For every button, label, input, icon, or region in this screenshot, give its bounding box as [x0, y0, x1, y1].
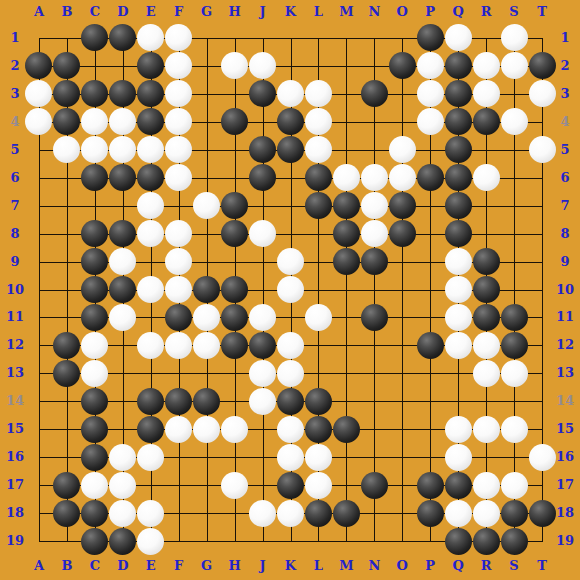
- board-point-C11[interactable]: [81, 303, 109, 331]
- board-point-F13[interactable]: [165, 359, 193, 387]
- board-point-T4[interactable]: [528, 108, 556, 136]
- board-point-K16[interactable]: [277, 443, 305, 471]
- board-point-C13[interactable]: [81, 359, 109, 387]
- board-point-J4[interactable]: [249, 108, 277, 136]
- board-point-N9[interactable]: [360, 248, 388, 276]
- board-point-N12[interactable]: [360, 331, 388, 359]
- board-point-N1[interactable]: [360, 24, 388, 52]
- board-point-A11[interactable]: [25, 303, 53, 331]
- board-point-G11[interactable]: [193, 303, 221, 331]
- board-point-M4[interactable]: [332, 108, 360, 136]
- board-point-R13[interactable]: [472, 359, 500, 387]
- board-point-P5[interactable]: [416, 136, 444, 164]
- board-point-D14[interactable]: [109, 387, 137, 415]
- board-point-L14[interactable]: [304, 387, 332, 415]
- board-point-Q8[interactable]: [444, 220, 472, 248]
- board-point-M6[interactable]: [332, 164, 360, 192]
- board-point-K18[interactable]: [277, 499, 305, 527]
- board-point-O13[interactable]: [388, 359, 416, 387]
- board-point-B14[interactable]: [53, 387, 81, 415]
- board-point-O8[interactable]: [388, 220, 416, 248]
- board-point-M5[interactable]: [332, 136, 360, 164]
- board-point-D9[interactable]: [109, 248, 137, 276]
- board-point-F18[interactable]: [165, 499, 193, 527]
- board-point-E6[interactable]: [137, 164, 165, 192]
- board-point-M11[interactable]: [332, 303, 360, 331]
- board-point-D1[interactable]: [109, 24, 137, 52]
- board-point-L18[interactable]: [304, 499, 332, 527]
- board-point-O3[interactable]: [388, 80, 416, 108]
- board-point-G1[interactable]: [193, 24, 221, 52]
- board-point-C10[interactable]: [81, 276, 109, 304]
- board-point-H11[interactable]: [221, 303, 249, 331]
- board-point-P6[interactable]: [416, 164, 444, 192]
- board-point-E12[interactable]: [137, 331, 165, 359]
- board-point-Q2[interactable]: [444, 52, 472, 80]
- board-point-J13[interactable]: [249, 359, 277, 387]
- board-point-J5[interactable]: [249, 136, 277, 164]
- board-point-G15[interactable]: [193, 415, 221, 443]
- board-point-R2[interactable]: [472, 52, 500, 80]
- board-point-F9[interactable]: [165, 248, 193, 276]
- board-point-R9[interactable]: [472, 248, 500, 276]
- board-point-L17[interactable]: [304, 471, 332, 499]
- board-point-C9[interactable]: [81, 248, 109, 276]
- board-point-Q9[interactable]: [444, 248, 472, 276]
- board-point-A16[interactable]: [25, 443, 53, 471]
- board-point-O10[interactable]: [388, 276, 416, 304]
- board-point-O12[interactable]: [388, 331, 416, 359]
- board-point-H13[interactable]: [221, 359, 249, 387]
- board-point-R15[interactable]: [472, 415, 500, 443]
- board-point-E11[interactable]: [137, 303, 165, 331]
- board-point-S18[interactable]: [500, 499, 528, 527]
- board-point-M1[interactable]: [332, 24, 360, 52]
- board-point-Q4[interactable]: [444, 108, 472, 136]
- board-point-M16[interactable]: [332, 443, 360, 471]
- board-point-K7[interactable]: [277, 192, 305, 220]
- board-point-F16[interactable]: [165, 443, 193, 471]
- board-point-L10[interactable]: [304, 276, 332, 304]
- board-point-P12[interactable]: [416, 331, 444, 359]
- board-point-P10[interactable]: [416, 276, 444, 304]
- board-point-S5[interactable]: [500, 136, 528, 164]
- board-point-B7[interactable]: [53, 192, 81, 220]
- board-point-S11[interactable]: [500, 303, 528, 331]
- board-point-R16[interactable]: [472, 443, 500, 471]
- board-point-O4[interactable]: [388, 108, 416, 136]
- board-point-J18[interactable]: [249, 499, 277, 527]
- board-point-M13[interactable]: [332, 359, 360, 387]
- board-point-C16[interactable]: [81, 443, 109, 471]
- board-point-E2[interactable]: [137, 52, 165, 80]
- board-point-A5[interactable]: [25, 136, 53, 164]
- board-point-N18[interactable]: [360, 499, 388, 527]
- board-point-O7[interactable]: [388, 192, 416, 220]
- board-point-R1[interactable]: [472, 24, 500, 52]
- board-point-K9[interactable]: [277, 248, 305, 276]
- board-point-T8[interactable]: [528, 220, 556, 248]
- board-point-O16[interactable]: [388, 443, 416, 471]
- board-point-B4[interactable]: [53, 108, 81, 136]
- board-point-T10[interactable]: [528, 276, 556, 304]
- board-point-S1[interactable]: [500, 24, 528, 52]
- board-point-O17[interactable]: [388, 471, 416, 499]
- board-point-P13[interactable]: [416, 359, 444, 387]
- board-point-N3[interactable]: [360, 80, 388, 108]
- board-point-G6[interactable]: [193, 164, 221, 192]
- board-point-A14[interactable]: [25, 387, 53, 415]
- board-point-R8[interactable]: [472, 220, 500, 248]
- board-point-Q11[interactable]: [444, 303, 472, 331]
- board-point-S10[interactable]: [500, 276, 528, 304]
- board-point-N11[interactable]: [360, 303, 388, 331]
- board-point-L16[interactable]: [304, 443, 332, 471]
- board-point-B9[interactable]: [53, 248, 81, 276]
- board-point-P14[interactable]: [416, 387, 444, 415]
- board-point-G9[interactable]: [193, 248, 221, 276]
- board-point-M19[interactable]: [332, 527, 360, 555]
- board-point-D5[interactable]: [109, 136, 137, 164]
- board-point-E5[interactable]: [137, 136, 165, 164]
- board-point-D11[interactable]: [109, 303, 137, 331]
- board-point-K5[interactable]: [277, 136, 305, 164]
- board-point-L15[interactable]: [304, 415, 332, 443]
- board-point-C19[interactable]: [81, 527, 109, 555]
- board-point-Q16[interactable]: [444, 443, 472, 471]
- board-point-N2[interactable]: [360, 52, 388, 80]
- board-point-Q15[interactable]: [444, 415, 472, 443]
- board-point-P2[interactable]: [416, 52, 444, 80]
- board-point-P3[interactable]: [416, 80, 444, 108]
- board-point-H16[interactable]: [221, 443, 249, 471]
- board-point-L5[interactable]: [304, 136, 332, 164]
- board-point-R14[interactable]: [472, 387, 500, 415]
- board-point-R4[interactable]: [472, 108, 500, 136]
- board-point-B1[interactable]: [53, 24, 81, 52]
- board-point-C5[interactable]: [81, 136, 109, 164]
- board-point-T5[interactable]: [528, 136, 556, 164]
- board-point-D8[interactable]: [109, 220, 137, 248]
- board-point-L12[interactable]: [304, 331, 332, 359]
- board-point-G3[interactable]: [193, 80, 221, 108]
- board-point-C17[interactable]: [81, 471, 109, 499]
- board-point-H8[interactable]: [221, 220, 249, 248]
- board-point-B10[interactable]: [53, 276, 81, 304]
- board-point-C4[interactable]: [81, 108, 109, 136]
- board-point-H7[interactable]: [221, 192, 249, 220]
- board-point-D3[interactable]: [109, 80, 137, 108]
- board-point-E9[interactable]: [137, 248, 165, 276]
- board-point-M10[interactable]: [332, 276, 360, 304]
- board-point-J19[interactable]: [249, 527, 277, 555]
- board-point-F15[interactable]: [165, 415, 193, 443]
- board-point-F17[interactable]: [165, 471, 193, 499]
- board-point-A8[interactable]: [25, 220, 53, 248]
- board-point-J2[interactable]: [249, 52, 277, 80]
- board-point-N13[interactable]: [360, 359, 388, 387]
- board-point-A3[interactable]: [25, 80, 53, 108]
- board-point-D4[interactable]: [109, 108, 137, 136]
- board-point-H18[interactable]: [221, 499, 249, 527]
- board-point-B8[interactable]: [53, 220, 81, 248]
- board-point-E8[interactable]: [137, 220, 165, 248]
- board-point-E7[interactable]: [137, 192, 165, 220]
- board-point-E13[interactable]: [137, 359, 165, 387]
- board-point-F3[interactable]: [165, 80, 193, 108]
- board-point-S4[interactable]: [500, 108, 528, 136]
- board-point-N10[interactable]: [360, 276, 388, 304]
- board-point-M3[interactable]: [332, 80, 360, 108]
- board-point-Q17[interactable]: [444, 471, 472, 499]
- board-point-B19[interactable]: [53, 527, 81, 555]
- board-point-O5[interactable]: [388, 136, 416, 164]
- board-point-N6[interactable]: [360, 164, 388, 192]
- board-point-F12[interactable]: [165, 331, 193, 359]
- board-point-F6[interactable]: [165, 164, 193, 192]
- board-point-O15[interactable]: [388, 415, 416, 443]
- board-point-O6[interactable]: [388, 164, 416, 192]
- board-point-G10[interactable]: [193, 276, 221, 304]
- board-point-L4[interactable]: [304, 108, 332, 136]
- board-point-R5[interactable]: [472, 136, 500, 164]
- board-point-A15[interactable]: [25, 415, 53, 443]
- board-point-C8[interactable]: [81, 220, 109, 248]
- board-point-P15[interactable]: [416, 415, 444, 443]
- board-point-L9[interactable]: [304, 248, 332, 276]
- board-point-Q14[interactable]: [444, 387, 472, 415]
- board-point-S2[interactable]: [500, 52, 528, 80]
- board-point-G2[interactable]: [193, 52, 221, 80]
- board-point-Q3[interactable]: [444, 80, 472, 108]
- board-point-G7[interactable]: [193, 192, 221, 220]
- board-point-E10[interactable]: [137, 276, 165, 304]
- board-point-F10[interactable]: [165, 276, 193, 304]
- board-point-P11[interactable]: [416, 303, 444, 331]
- board-point-F8[interactable]: [165, 220, 193, 248]
- board-point-P19[interactable]: [416, 527, 444, 555]
- board-point-O2[interactable]: [388, 52, 416, 80]
- board-point-O11[interactable]: [388, 303, 416, 331]
- board-point-G18[interactable]: [193, 499, 221, 527]
- board-point-K15[interactable]: [277, 415, 305, 443]
- board-point-E3[interactable]: [137, 80, 165, 108]
- board-point-Q5[interactable]: [444, 136, 472, 164]
- board-point-S3[interactable]: [500, 80, 528, 108]
- board-point-F2[interactable]: [165, 52, 193, 80]
- board-point-N8[interactable]: [360, 220, 388, 248]
- board-point-H3[interactable]: [221, 80, 249, 108]
- board-point-M14[interactable]: [332, 387, 360, 415]
- board-point-T3[interactable]: [528, 80, 556, 108]
- board-point-E14[interactable]: [137, 387, 165, 415]
- board-point-R7[interactable]: [472, 192, 500, 220]
- board-point-B5[interactable]: [53, 136, 81, 164]
- board-point-K2[interactable]: [277, 52, 305, 80]
- board-point-H4[interactable]: [221, 108, 249, 136]
- board-point-H9[interactable]: [221, 248, 249, 276]
- board-point-K11[interactable]: [277, 303, 305, 331]
- board-point-A2[interactable]: [25, 52, 53, 80]
- board-point-M8[interactable]: [332, 220, 360, 248]
- board-point-R19[interactable]: [472, 527, 500, 555]
- board-point-D2[interactable]: [109, 52, 137, 80]
- board-point-A1[interactable]: [25, 24, 53, 52]
- board-point-E4[interactable]: [137, 108, 165, 136]
- board-point-G19[interactable]: [193, 527, 221, 555]
- board-point-R18[interactable]: [472, 499, 500, 527]
- board-point-L19[interactable]: [304, 527, 332, 555]
- board-point-P17[interactable]: [416, 471, 444, 499]
- board-point-R17[interactable]: [472, 471, 500, 499]
- board-point-D15[interactable]: [109, 415, 137, 443]
- board-point-T9[interactable]: [528, 248, 556, 276]
- board-point-K12[interactable]: [277, 331, 305, 359]
- board-point-M12[interactable]: [332, 331, 360, 359]
- board-point-G5[interactable]: [193, 136, 221, 164]
- board-point-Q10[interactable]: [444, 276, 472, 304]
- board-point-A9[interactable]: [25, 248, 53, 276]
- board-point-Q12[interactable]: [444, 331, 472, 359]
- board-point-T14[interactable]: [528, 387, 556, 415]
- board-point-P4[interactable]: [416, 108, 444, 136]
- board-point-C3[interactable]: [81, 80, 109, 108]
- board-point-B6[interactable]: [53, 164, 81, 192]
- board-point-B3[interactable]: [53, 80, 81, 108]
- board-point-S15[interactable]: [500, 415, 528, 443]
- board-point-B2[interactable]: [53, 52, 81, 80]
- board-point-A6[interactable]: [25, 164, 53, 192]
- board-point-L8[interactable]: [304, 220, 332, 248]
- board-point-H10[interactable]: [221, 276, 249, 304]
- board-point-A4[interactable]: [25, 108, 53, 136]
- board-point-A19[interactable]: [25, 527, 53, 555]
- board-point-K17[interactable]: [277, 471, 305, 499]
- board-point-C7[interactable]: [81, 192, 109, 220]
- board-point-P1[interactable]: [416, 24, 444, 52]
- board-point-D17[interactable]: [109, 471, 137, 499]
- board-point-C1[interactable]: [81, 24, 109, 52]
- board-point-G17[interactable]: [193, 471, 221, 499]
- board-point-L3[interactable]: [304, 80, 332, 108]
- board-point-O9[interactable]: [388, 248, 416, 276]
- board-point-T1[interactable]: [528, 24, 556, 52]
- board-point-S14[interactable]: [500, 387, 528, 415]
- board-point-J7[interactable]: [249, 192, 277, 220]
- board-point-K6[interactable]: [277, 164, 305, 192]
- board-point-B17[interactable]: [53, 471, 81, 499]
- board-point-K8[interactable]: [277, 220, 305, 248]
- board-point-J17[interactable]: [249, 471, 277, 499]
- board-point-G12[interactable]: [193, 331, 221, 359]
- board-point-R3[interactable]: [472, 80, 500, 108]
- board-point-D10[interactable]: [109, 276, 137, 304]
- board-point-H1[interactable]: [221, 24, 249, 52]
- board-point-A17[interactable]: [25, 471, 53, 499]
- board-point-J8[interactable]: [249, 220, 277, 248]
- board-point-P18[interactable]: [416, 499, 444, 527]
- board-point-F1[interactable]: [165, 24, 193, 52]
- board-point-Q13[interactable]: [444, 359, 472, 387]
- board-point-T16[interactable]: [528, 443, 556, 471]
- board-point-J10[interactable]: [249, 276, 277, 304]
- board-point-P16[interactable]: [416, 443, 444, 471]
- board-point-T6[interactable]: [528, 164, 556, 192]
- board-point-H17[interactable]: [221, 471, 249, 499]
- board-point-R11[interactable]: [472, 303, 500, 331]
- board-point-Q7[interactable]: [444, 192, 472, 220]
- board-point-S13[interactable]: [500, 359, 528, 387]
- board-point-N16[interactable]: [360, 443, 388, 471]
- board-point-J6[interactable]: [249, 164, 277, 192]
- board-point-C18[interactable]: [81, 499, 109, 527]
- board-point-K14[interactable]: [277, 387, 305, 415]
- board-point-T13[interactable]: [528, 359, 556, 387]
- board-point-C6[interactable]: [81, 164, 109, 192]
- board-point-H6[interactable]: [221, 164, 249, 192]
- board-point-P7[interactable]: [416, 192, 444, 220]
- board-point-N5[interactable]: [360, 136, 388, 164]
- board-point-D19[interactable]: [109, 527, 137, 555]
- board-point-A13[interactable]: [25, 359, 53, 387]
- board-point-M18[interactable]: [332, 499, 360, 527]
- board-point-N7[interactable]: [360, 192, 388, 220]
- board-point-E19[interactable]: [137, 527, 165, 555]
- board-point-G4[interactable]: [193, 108, 221, 136]
- board-point-A18[interactable]: [25, 499, 53, 527]
- board-point-J15[interactable]: [249, 415, 277, 443]
- board-point-B16[interactable]: [53, 443, 81, 471]
- board-point-F5[interactable]: [165, 136, 193, 164]
- board-point-K19[interactable]: [277, 527, 305, 555]
- board-point-M2[interactable]: [332, 52, 360, 80]
- board-point-G13[interactable]: [193, 359, 221, 387]
- board-point-P8[interactable]: [416, 220, 444, 248]
- board-point-G16[interactable]: [193, 443, 221, 471]
- board-point-D16[interactable]: [109, 443, 137, 471]
- board-point-L13[interactable]: [304, 359, 332, 387]
- board-point-M17[interactable]: [332, 471, 360, 499]
- board-point-T7[interactable]: [528, 192, 556, 220]
- board-point-F7[interactable]: [165, 192, 193, 220]
- board-point-S9[interactable]: [500, 248, 528, 276]
- board-point-Q6[interactable]: [444, 164, 472, 192]
- board-point-S6[interactable]: [500, 164, 528, 192]
- board-point-G8[interactable]: [193, 220, 221, 248]
- board-point-K10[interactable]: [277, 276, 305, 304]
- board-point-J11[interactable]: [249, 303, 277, 331]
- board-point-F14[interactable]: [165, 387, 193, 415]
- board-point-L2[interactable]: [304, 52, 332, 80]
- board-point-R10[interactable]: [472, 276, 500, 304]
- board-point-L6[interactable]: [304, 164, 332, 192]
- board-point-Q18[interactable]: [444, 499, 472, 527]
- board-point-J12[interactable]: [249, 331, 277, 359]
- board-point-Q1[interactable]: [444, 24, 472, 52]
- board-point-H2[interactable]: [221, 52, 249, 80]
- board-point-J3[interactable]: [249, 80, 277, 108]
- board-point-B15[interactable]: [53, 415, 81, 443]
- board-point-H5[interactable]: [221, 136, 249, 164]
- board-point-L7[interactable]: [304, 192, 332, 220]
- board-point-S16[interactable]: [500, 443, 528, 471]
- board-point-T17[interactable]: [528, 471, 556, 499]
- board-point-D18[interactable]: [109, 499, 137, 527]
- board-point-T19[interactable]: [528, 527, 556, 555]
- board-point-L11[interactable]: [304, 303, 332, 331]
- board-point-B11[interactable]: [53, 303, 81, 331]
- board-point-F19[interactable]: [165, 527, 193, 555]
